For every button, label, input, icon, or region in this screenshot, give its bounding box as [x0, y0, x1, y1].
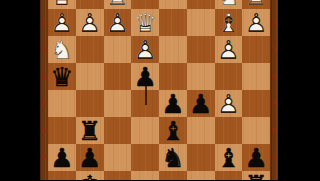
rank-label-2: 2	[40, 18, 48, 27]
square-f5[interactable]	[104, 90, 132, 117]
square-b4[interactable]	[215, 63, 243, 90]
piece-black-pawn-e4[interactable]: ♟	[131, 63, 159, 90]
piece-black-pawn-d5[interactable]: ♟	[159, 90, 187, 117]
square-h5[interactable]	[48, 90, 76, 117]
square-g5[interactable]	[76, 90, 104, 117]
rank-label-4: 4	[40, 72, 48, 81]
square-d3[interactable]	[159, 36, 187, 63]
rank-label-8: 8	[40, 180, 48, 181]
square-e5[interactable]	[131, 90, 159, 117]
square-c3[interactable]	[187, 36, 215, 63]
square-c2[interactable]	[187, 9, 215, 36]
rank-label-3: 3	[270, 45, 278, 54]
piece-white-queen-e2[interactable]: ♛♕	[131, 9, 159, 36]
rank-label-6: 6	[270, 126, 278, 135]
piece-white-pawn-b5[interactable]: ♟♙	[215, 90, 243, 117]
square-a5[interactable]	[242, 90, 270, 117]
video-frame: ♚♔♜♖♞♘♜♖♟♙♟♙♟♙♛♕♝♗♟♙♞♘♟♙♟♙♛♟♟♟♟♙♜♝♟♟♞♝♟♚…	[0, 0, 320, 180]
piece-black-pawn-a7[interactable]: ♟	[242, 144, 270, 171]
square-f8[interactable]	[104, 171, 132, 181]
square-f3[interactable]	[104, 36, 132, 63]
piece-black-pawn-c5[interactable]: ♟	[187, 90, 215, 117]
square-c7[interactable]	[187, 144, 215, 171]
square-a4[interactable]	[242, 63, 270, 90]
rank-label-5: 5	[270, 99, 278, 108]
piece-black-rook-a8[interactable]: ♜	[242, 171, 270, 181]
square-f4[interactable]	[104, 63, 132, 90]
square-c6[interactable]	[187, 117, 215, 144]
piece-white-bishop-b2[interactable]: ♝♗	[215, 9, 243, 36]
rank-label-4: 4	[270, 72, 278, 81]
square-a6[interactable]	[242, 117, 270, 144]
piece-black-bishop-d6[interactable]: ♝	[159, 117, 187, 144]
piece-white-pawn-a2[interactable]: ♟♙	[242, 9, 270, 36]
piece-white-pawn-b3[interactable]: ♟♙	[215, 36, 243, 63]
square-d4[interactable]	[159, 63, 187, 90]
letterbox-right	[278, 0, 320, 180]
piece-black-queen-h4[interactable]: ♛	[48, 63, 76, 90]
rank-label-6: 6	[40, 126, 48, 135]
square-e6[interactable]	[131, 117, 159, 144]
square-c4[interactable]	[187, 63, 215, 90]
piece-black-bishop-b7[interactable]: ♝	[215, 144, 243, 171]
piece-white-pawn-h2[interactable]: ♟♙	[48, 9, 76, 36]
square-e8[interactable]	[131, 171, 159, 181]
piece-white-pawn-g2[interactable]: ♟♙	[76, 9, 104, 36]
square-c1[interactable]	[187, 0, 215, 9]
piece-white-pawn-e3[interactable]: ♟♙	[131, 36, 159, 63]
piece-black-rook-g6[interactable]: ♜	[76, 117, 104, 144]
square-c8[interactable]	[187, 171, 215, 181]
letterbox-left	[0, 0, 40, 180]
piece-white-pawn-f2[interactable]: ♟♙	[104, 9, 132, 36]
square-a3[interactable]	[242, 36, 270, 63]
rank-label-7: 7	[270, 153, 278, 162]
rank-label-5: 5	[40, 99, 48, 108]
rank-label-7: 7	[40, 153, 48, 162]
square-g3[interactable]	[76, 36, 104, 63]
square-f6[interactable]	[104, 117, 132, 144]
square-f7[interactable]	[104, 144, 132, 171]
chess-board: ♚♔♜♖♞♘♜♖♟♙♟♙♟♙♛♕♝♗♟♙♞♘♟♙♟♙♛♟♟♟♟♙♜♝♟♟♞♝♟♚…	[40, 0, 278, 180]
rank-label-2: 2	[270, 18, 278, 27]
square-b6[interactable]	[215, 117, 243, 144]
rank-label-8: 8	[270, 180, 278, 181]
square-g4[interactable]	[76, 63, 104, 90]
piece-black-pawn-g7[interactable]: ♟	[76, 144, 104, 171]
square-d1[interactable]	[159, 0, 187, 9]
piece-black-king-g8[interactable]: ♚	[76, 171, 104, 181]
square-d2[interactable]	[159, 9, 187, 36]
piece-black-knight-d7[interactable]: ♞	[159, 144, 187, 171]
square-h6[interactable]	[48, 117, 76, 144]
rank-label-3: 3	[40, 45, 48, 54]
piece-black-pawn-h7[interactable]: ♟	[48, 144, 76, 171]
piece-white-knight-h3[interactable]: ♞♘	[48, 36, 76, 63]
square-e7[interactable]	[131, 144, 159, 171]
